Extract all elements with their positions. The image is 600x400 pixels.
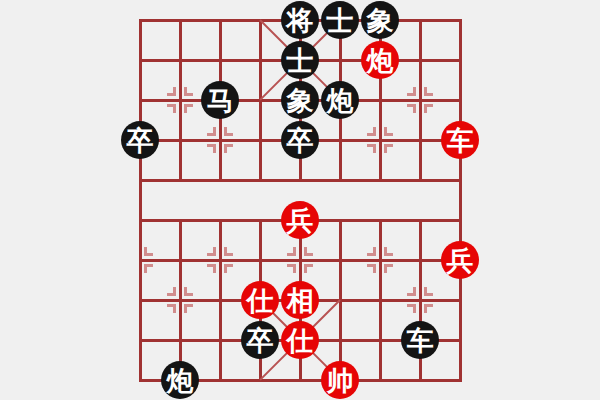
point-marker [224,264,233,273]
board-vline [179,19,182,182]
point-marker [144,247,153,256]
piece-black-horse[interactable]: 马 [201,81,239,119]
point-marker [304,247,313,256]
point-marker [367,264,376,273]
point-marker [424,304,433,313]
point-marker [184,87,193,96]
piece-black-elephant-1[interactable]: 象 [361,1,399,39]
board-vline [379,219,382,382]
piece-black-pawn-3[interactable]: 卒 [241,321,279,359]
piece-black-chariot[interactable]: 车 [401,321,439,359]
point-marker [224,144,233,153]
point-marker [207,264,216,273]
point-marker [384,264,393,273]
point-marker [167,87,176,96]
point-marker [384,127,393,136]
piece-red-chariot[interactable]: 车 [441,121,479,159]
point-marker [407,304,416,313]
point-marker [184,104,193,113]
point-marker [184,287,193,296]
point-marker [384,247,393,256]
point-marker [424,287,433,296]
piece-black-general[interactable]: 将 [281,1,319,39]
piece-red-advisor-2[interactable]: 仕 [281,321,319,359]
piece-red-pawn-1[interactable]: 兵 [281,201,319,239]
piece-red-cannon[interactable]: 炮 [361,41,399,79]
board-vline [459,19,462,382]
point-marker [367,127,376,136]
point-marker [407,87,416,96]
piece-black-advisor-1[interactable]: 士 [321,1,359,39]
point-marker [167,104,176,113]
point-marker [287,247,296,256]
piece-black-pawn-1[interactable]: 卒 [121,121,159,159]
board-vline [419,19,422,182]
point-marker [424,104,433,113]
xiangqi-app-canvas: 将士象士炮马象炮卒卒车兵兵仕相卒仕车炮帅 [0,0,600,400]
piece-red-general[interactable]: 帅 [321,361,359,399]
board-vline [179,219,182,382]
piece-red-advisor-1[interactable]: 仕 [241,281,279,319]
point-marker [407,287,416,296]
piece-black-cannon-1[interactable]: 炮 [321,81,359,119]
piece-black-elephant-2[interactable]: 象 [281,81,319,119]
point-marker [367,247,376,256]
point-marker [384,144,393,153]
point-marker [367,144,376,153]
piece-red-elephant[interactable]: 相 [281,281,319,319]
xiangqi-board[interactable]: 将士象士炮马象炮卒卒车兵兵仕相卒仕车炮帅 [140,20,460,380]
point-marker [144,264,153,273]
point-marker [224,127,233,136]
point-marker [207,127,216,136]
point-marker [224,247,233,256]
point-marker [287,264,296,273]
point-marker [424,87,433,96]
point-marker [407,104,416,113]
piece-black-advisor-2[interactable]: 士 [281,41,319,79]
point-marker [207,144,216,153]
point-marker [184,304,193,313]
point-marker [167,304,176,313]
point-marker [207,247,216,256]
board-vline [219,219,222,382]
point-marker [167,287,176,296]
piece-black-cannon-2[interactable]: 炮 [161,361,199,399]
piece-black-pawn-2[interactable]: 卒 [281,121,319,159]
point-marker [304,264,313,273]
piece-red-pawn-2[interactable]: 兵 [441,241,479,279]
board-vline [139,19,142,382]
